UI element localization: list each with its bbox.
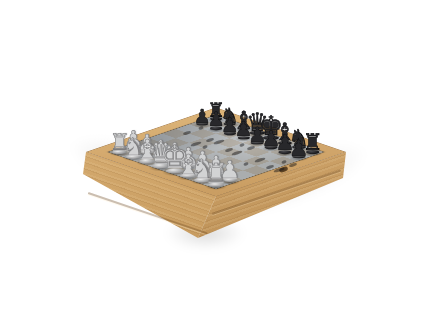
ground-shadow-front	[165, 216, 245, 250]
chess-board	[107, 115, 325, 189]
chess-set-product-photo: ♜♞♝♛♚♝♞♜♟♟♟♟♟♟♟♟♟♟♟♟♟♟♟♟♜♞♝♛♚♝♞♜	[0, 0, 423, 318]
box-drawer-seam-left	[88, 192, 208, 234]
box-top-rim	[86, 108, 346, 197]
